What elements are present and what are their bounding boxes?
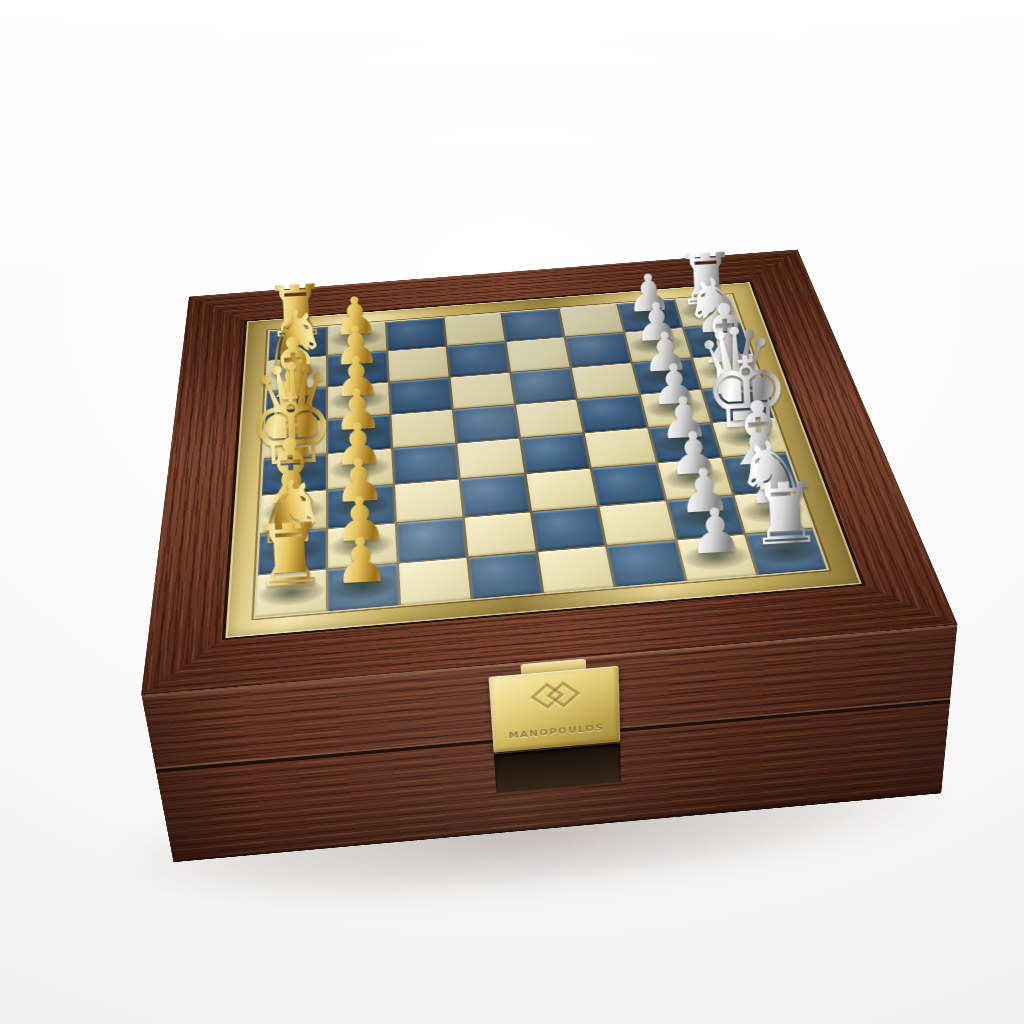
square-b5[interactable] (507, 337, 570, 371)
gold-rook-glyph: ♜ (236, 513, 342, 599)
square-a1[interactable] (268, 327, 326, 360)
square-a7[interactable] (618, 300, 682, 332)
square-c3[interactable] (389, 378, 451, 414)
box-lid-top: ♜♟♟♜♞♟♟♞♝♟♟♝♛♟♟♛♚♟♟♚♝♟♟♝♞♟♟♞♜♟♟♜ (141, 250, 957, 695)
square-g5[interactable] (532, 506, 605, 550)
square-a5[interactable] (502, 309, 563, 341)
square-f4[interactable] (461, 474, 530, 516)
square-b6[interactable] (566, 333, 630, 367)
square-a4[interactable] (444, 313, 504, 346)
square-c6[interactable] (572, 363, 638, 399)
square-e4[interactable] (457, 439, 524, 479)
chess-box: ♜♟♟♜♞♟♟♞♝♟♟♝♛♟♟♛♚♟♟♚♝♟♟♝♞♟♟♞♜♟♟♜ MANOPOU… (141, 250, 957, 695)
square-d5[interactable] (516, 400, 583, 438)
square-f5[interactable] (526, 469, 597, 511)
square-b4[interactable] (447, 342, 509, 376)
square-c4[interactable] (450, 373, 514, 409)
square-a6[interactable] (560, 304, 623, 336)
clasp[interactable]: MANOPOULOS (488, 656, 621, 793)
square-h4[interactable] (468, 552, 542, 599)
square-a2[interactable] (328, 322, 386, 355)
square-b7[interactable] (625, 328, 691, 362)
square-a8[interactable] (675, 295, 740, 327)
square-a3[interactable] (386, 318, 445, 351)
silver-pawn-glyph: ♟ (663, 499, 767, 563)
square-b3[interactable] (388, 347, 449, 381)
square-e5[interactable] (521, 433, 590, 473)
square-d4[interactable] (454, 405, 519, 443)
square-c5[interactable] (511, 368, 576, 404)
clasp-brand-text: MANOPOULOS (492, 722, 620, 742)
square-g4[interactable] (464, 512, 535, 556)
square-b2[interactable] (328, 352, 387, 387)
clasp-plate: MANOPOULOS (489, 666, 621, 753)
clasp-logo-icon (489, 680, 619, 710)
square-h5[interactable] (538, 546, 613, 593)
